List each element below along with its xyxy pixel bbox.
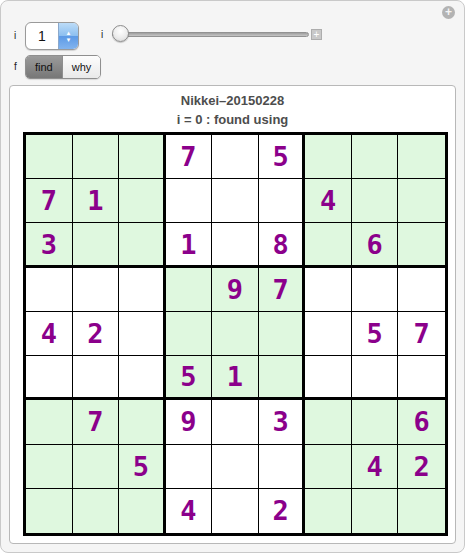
cell-r9c6: 2 bbox=[259, 489, 306, 533]
cell-r3c1: 3 bbox=[26, 223, 73, 267]
cell-r6c8 bbox=[352, 356, 399, 400]
cell-r5c2: 2 bbox=[73, 312, 120, 356]
cell-r8c6 bbox=[259, 445, 306, 489]
cell-r9c9 bbox=[398, 489, 445, 533]
cell-r3c9 bbox=[398, 223, 445, 267]
cell-r2c3 bbox=[119, 179, 166, 223]
cell-r1c3 bbox=[119, 135, 166, 179]
cell-r9c5 bbox=[212, 489, 259, 533]
cell-r4c1 bbox=[26, 268, 73, 312]
cell-r4c4 bbox=[166, 268, 213, 312]
cell-r7c4: 9 bbox=[166, 400, 213, 444]
cell-r2c9 bbox=[398, 179, 445, 223]
cell-r4c7 bbox=[305, 268, 352, 312]
cell-r4c5: 9 bbox=[212, 268, 259, 312]
slider-label: i bbox=[101, 29, 103, 40]
cell-r3c4: 1 bbox=[166, 223, 213, 267]
slider-track[interactable] bbox=[112, 32, 309, 37]
cell-r6c3 bbox=[119, 356, 166, 400]
cell-r5c4 bbox=[166, 312, 213, 356]
cell-r6c7 bbox=[305, 356, 352, 400]
cell-r7c2: 7 bbox=[73, 400, 120, 444]
f-toggle[interactable]: find why bbox=[25, 55, 101, 79]
cell-r8c9: 2 bbox=[398, 445, 445, 489]
cell-r7c9: 6 bbox=[398, 400, 445, 444]
cell-r5c7 bbox=[305, 312, 352, 356]
cell-r9c4: 4 bbox=[166, 489, 213, 533]
output-panel: Nikkei–20150228 i = 0 : found using 7571… bbox=[9, 85, 456, 544]
show-all-controls-button[interactable]: + bbox=[442, 6, 455, 19]
cell-r1c1 bbox=[26, 135, 73, 179]
cell-r2c6 bbox=[259, 179, 306, 223]
cell-r2c5 bbox=[212, 179, 259, 223]
toggle-label: f bbox=[14, 61, 17, 72]
cell-r2c1: 7 bbox=[26, 179, 73, 223]
cell-r8c4 bbox=[166, 445, 213, 489]
stepper-down-icon[interactable]: ▼ bbox=[66, 37, 72, 43]
manipulate-panel: i 1 ▲ ▼ i + f find why + Nikkei–20150228… bbox=[0, 0, 465, 553]
cell-r7c3 bbox=[119, 400, 166, 444]
slider-thumb[interactable] bbox=[112, 25, 129, 42]
find-button[interactable]: find bbox=[26, 56, 62, 78]
stepper-up-icon[interactable]: ▲ bbox=[66, 30, 72, 36]
cell-r3c6: 8 bbox=[259, 223, 306, 267]
cell-r6c1 bbox=[26, 356, 73, 400]
cell-r6c2 bbox=[73, 356, 120, 400]
cell-r7c5 bbox=[212, 400, 259, 444]
cell-r1c9 bbox=[398, 135, 445, 179]
cell-r8c3: 5 bbox=[119, 445, 166, 489]
cell-r3c5 bbox=[212, 223, 259, 267]
cell-r4c3 bbox=[119, 268, 166, 312]
cell-r5c3 bbox=[119, 312, 166, 356]
cell-r4c9 bbox=[398, 268, 445, 312]
cell-r9c2 bbox=[73, 489, 120, 533]
cell-r2c4 bbox=[166, 179, 213, 223]
cell-r7c1 bbox=[26, 400, 73, 444]
cell-r1c7 bbox=[305, 135, 352, 179]
cell-r6c4: 5 bbox=[166, 356, 213, 400]
cell-r1c5 bbox=[212, 135, 259, 179]
cell-r3c8: 6 bbox=[352, 223, 399, 267]
cell-r1c4: 7 bbox=[166, 135, 213, 179]
cell-r9c8 bbox=[352, 489, 399, 533]
cell-r5c5 bbox=[212, 312, 259, 356]
i-stepper[interactable]: 1 ▲ ▼ bbox=[25, 22, 79, 50]
cell-r2c7: 4 bbox=[305, 179, 352, 223]
cell-r7c7 bbox=[305, 400, 352, 444]
cell-r1c6: 5 bbox=[259, 135, 306, 179]
cell-r9c7 bbox=[305, 489, 352, 533]
why-button[interactable]: why bbox=[62, 56, 101, 78]
cell-r9c1 bbox=[26, 489, 73, 533]
cell-r8c5 bbox=[212, 445, 259, 489]
stepper-label: i bbox=[14, 30, 16, 41]
slider-expand-button[interactable]: + bbox=[311, 29, 322, 40]
cell-r3c7 bbox=[305, 223, 352, 267]
puzzle-subtitle: i = 0 : found using bbox=[10, 112, 455, 127]
cell-r5c6 bbox=[259, 312, 306, 356]
cell-r7c8 bbox=[352, 400, 399, 444]
cell-r1c8 bbox=[352, 135, 399, 179]
cell-r8c8: 4 bbox=[352, 445, 399, 489]
cell-r6c5: 1 bbox=[212, 356, 259, 400]
cell-r2c2: 1 bbox=[73, 179, 120, 223]
cell-r5c8: 5 bbox=[352, 312, 399, 356]
sudoku-board: 75714318697425751793654242 bbox=[23, 132, 448, 536]
cell-r7c6: 3 bbox=[259, 400, 306, 444]
cell-r8c2 bbox=[73, 445, 120, 489]
cell-r3c3 bbox=[119, 223, 166, 267]
i-slider[interactable] bbox=[112, 25, 309, 43]
cell-r3c2 bbox=[73, 223, 120, 267]
cell-r8c1 bbox=[26, 445, 73, 489]
cell-r4c2 bbox=[73, 268, 120, 312]
cell-r6c9 bbox=[398, 356, 445, 400]
cell-r4c8 bbox=[352, 268, 399, 312]
puzzle-title: Nikkei–20150228 bbox=[10, 93, 455, 108]
cell-r9c3 bbox=[119, 489, 166, 533]
cell-r6c6 bbox=[259, 356, 306, 400]
cell-r1c2 bbox=[73, 135, 120, 179]
stepper-value: 1 bbox=[26, 23, 58, 49]
cell-r5c9: 7 bbox=[398, 312, 445, 356]
cell-r8c7 bbox=[305, 445, 352, 489]
stepper-arrows[interactable]: ▲ ▼ bbox=[58, 23, 78, 49]
cell-r2c8 bbox=[352, 179, 399, 223]
cell-r5c1: 4 bbox=[26, 312, 73, 356]
cell-r4c6: 7 bbox=[259, 268, 306, 312]
